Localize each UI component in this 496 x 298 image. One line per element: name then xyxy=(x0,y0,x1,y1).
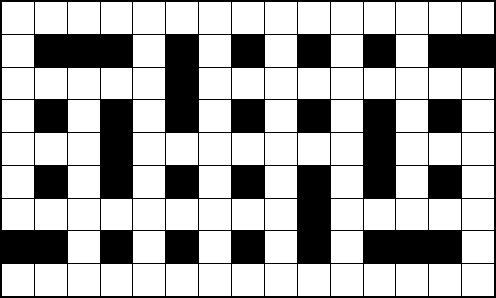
open-cell[interactable] xyxy=(298,68,330,100)
open-cell[interactable] xyxy=(35,264,67,296)
open-cell[interactable] xyxy=(2,35,34,67)
open-cell[interactable] xyxy=(2,2,34,34)
blocked-cell xyxy=(364,166,396,198)
open-cell[interactable] xyxy=(396,68,428,100)
blocked-cell xyxy=(101,35,133,67)
blocked-cell xyxy=(429,166,461,198)
blocked-cell xyxy=(101,231,133,263)
open-cell[interactable] xyxy=(429,2,461,34)
open-cell[interactable] xyxy=(199,100,231,132)
open-cell[interactable] xyxy=(396,199,428,231)
open-cell[interactable] xyxy=(199,231,231,263)
blocked-cell xyxy=(429,100,461,132)
open-cell[interactable] xyxy=(199,35,231,67)
open-cell[interactable] xyxy=(133,68,165,100)
open-cell[interactable] xyxy=(331,166,363,198)
open-cell[interactable] xyxy=(462,2,494,34)
open-cell[interactable] xyxy=(68,100,100,132)
blocked-cell xyxy=(101,100,133,132)
open-cell[interactable] xyxy=(298,2,330,34)
open-cell[interactable] xyxy=(396,133,428,165)
blocked-cell xyxy=(298,199,330,231)
blocked-cell xyxy=(396,231,428,263)
open-cell[interactable] xyxy=(462,231,494,263)
open-cell[interactable] xyxy=(199,68,231,100)
open-cell[interactable] xyxy=(133,264,165,296)
open-cell[interactable] xyxy=(331,100,363,132)
open-cell[interactable] xyxy=(2,100,34,132)
open-cell[interactable] xyxy=(133,199,165,231)
blocked-cell xyxy=(298,100,330,132)
open-cell[interactable] xyxy=(101,68,133,100)
open-cell[interactable] xyxy=(199,166,231,198)
open-cell[interactable] xyxy=(35,133,67,165)
open-cell[interactable] xyxy=(364,68,396,100)
open-cell[interactable] xyxy=(265,166,297,198)
blocked-cell xyxy=(298,231,330,263)
open-cell[interactable] xyxy=(133,133,165,165)
open-cell[interactable] xyxy=(331,68,363,100)
open-cell[interactable] xyxy=(133,231,165,263)
open-cell[interactable] xyxy=(2,68,34,100)
blocked-cell xyxy=(68,35,100,67)
open-cell[interactable] xyxy=(429,264,461,296)
open-cell[interactable] xyxy=(396,100,428,132)
open-cell[interactable] xyxy=(265,100,297,132)
blocked-cell xyxy=(298,35,330,67)
open-cell[interactable] xyxy=(68,199,100,231)
open-cell[interactable] xyxy=(265,2,297,34)
blocked-cell xyxy=(166,100,198,132)
blocked-cell xyxy=(232,166,264,198)
blocked-cell xyxy=(101,166,133,198)
open-cell[interactable] xyxy=(133,166,165,198)
blocked-cell xyxy=(35,100,67,132)
blocked-cell xyxy=(298,166,330,198)
open-cell[interactable] xyxy=(265,68,297,100)
open-cell[interactable] xyxy=(396,2,428,34)
blocked-cell xyxy=(232,100,264,132)
open-cell[interactable] xyxy=(364,264,396,296)
open-cell[interactable] xyxy=(101,2,133,34)
open-cell[interactable] xyxy=(35,68,67,100)
open-cell[interactable] xyxy=(462,264,494,296)
open-cell[interactable] xyxy=(462,199,494,231)
open-cell[interactable] xyxy=(68,2,100,34)
open-cell[interactable] xyxy=(166,2,198,34)
open-cell[interactable] xyxy=(331,133,363,165)
blocked-cell xyxy=(364,100,396,132)
open-cell[interactable] xyxy=(35,199,67,231)
open-cell[interactable] xyxy=(2,133,34,165)
open-cell[interactable] xyxy=(265,264,297,296)
blocked-cell xyxy=(2,231,34,263)
blocked-cell xyxy=(232,231,264,263)
open-cell[interactable] xyxy=(68,166,100,198)
open-cell[interactable] xyxy=(429,68,461,100)
open-cell[interactable] xyxy=(396,264,428,296)
open-cell[interactable] xyxy=(396,166,428,198)
open-cell[interactable] xyxy=(364,2,396,34)
blocked-cell xyxy=(166,231,198,263)
open-cell[interactable] xyxy=(429,199,461,231)
open-cell[interactable] xyxy=(166,264,198,296)
open-cell[interactable] xyxy=(396,35,428,67)
open-cell[interactable] xyxy=(166,199,198,231)
open-cell[interactable] xyxy=(462,68,494,100)
open-cell[interactable] xyxy=(232,264,264,296)
open-cell[interactable] xyxy=(232,2,264,34)
blocked-cell xyxy=(364,35,396,67)
open-cell[interactable] xyxy=(298,264,330,296)
open-cell[interactable] xyxy=(166,133,198,165)
open-cell[interactable] xyxy=(265,35,297,67)
blocked-cell xyxy=(429,231,461,263)
blocked-cell xyxy=(35,231,67,263)
open-cell[interactable] xyxy=(265,231,297,263)
open-cell[interactable] xyxy=(232,68,264,100)
open-cell[interactable] xyxy=(199,133,231,165)
open-cell[interactable] xyxy=(35,2,67,34)
open-cell[interactable] xyxy=(462,100,494,132)
open-cell[interactable] xyxy=(199,2,231,34)
open-cell[interactable] xyxy=(298,133,330,165)
open-cell[interactable] xyxy=(462,166,494,198)
open-cell[interactable] xyxy=(265,133,297,165)
open-cell[interactable] xyxy=(2,264,34,296)
blocked-cell xyxy=(35,166,67,198)
blocked-cell xyxy=(462,35,494,67)
open-cell[interactable] xyxy=(232,133,264,165)
open-cell[interactable] xyxy=(331,264,363,296)
open-cell[interactable] xyxy=(2,199,34,231)
blocked-cell xyxy=(35,35,67,67)
crossword-grid xyxy=(0,0,496,298)
open-cell[interactable] xyxy=(265,199,297,231)
blocked-cell xyxy=(101,133,133,165)
open-cell[interactable] xyxy=(331,199,363,231)
blocked-cell xyxy=(364,133,396,165)
blocked-cell xyxy=(364,231,396,263)
open-cell[interactable] xyxy=(101,264,133,296)
open-cell[interactable] xyxy=(232,199,264,231)
open-cell[interactable] xyxy=(68,264,100,296)
open-cell[interactable] xyxy=(68,231,100,263)
open-cell[interactable] xyxy=(68,68,100,100)
blocked-cell xyxy=(166,35,198,67)
open-cell[interactable] xyxy=(101,199,133,231)
blocked-cell xyxy=(232,35,264,67)
blocked-cell xyxy=(166,166,198,198)
open-cell[interactable] xyxy=(199,199,231,231)
open-cell[interactable] xyxy=(2,166,34,198)
open-cell[interactable] xyxy=(331,231,363,263)
open-cell[interactable] xyxy=(331,35,363,67)
open-cell[interactable] xyxy=(68,133,100,165)
open-cell[interactable] xyxy=(199,264,231,296)
open-cell[interactable] xyxy=(133,100,165,132)
blocked-cell xyxy=(166,68,198,100)
open-cell[interactable] xyxy=(364,199,396,231)
blocked-cell xyxy=(429,35,461,67)
open-cell[interactable] xyxy=(133,35,165,67)
open-cell[interactable] xyxy=(133,2,165,34)
open-cell[interactable] xyxy=(331,2,363,34)
open-cell[interactable] xyxy=(429,133,461,165)
open-cell[interactable] xyxy=(462,133,494,165)
